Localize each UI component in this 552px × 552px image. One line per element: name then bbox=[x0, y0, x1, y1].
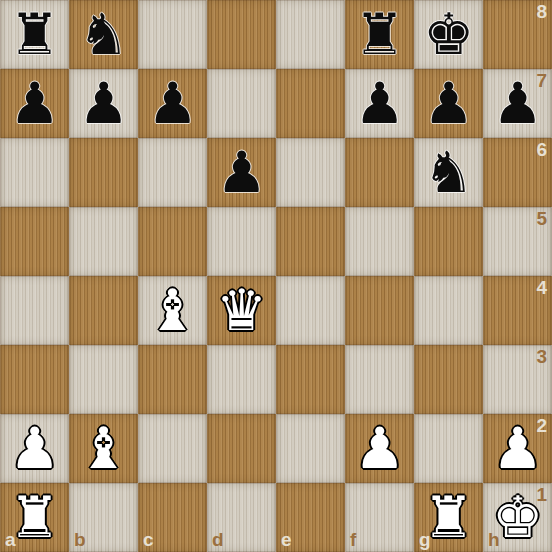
rank-label-3: 3 bbox=[536, 346, 547, 368]
square-b8[interactable]: ♞ bbox=[69, 0, 138, 69]
square-f1[interactable]: f bbox=[345, 483, 414, 552]
piece-white-pawn[interactable]: ♟ bbox=[354, 414, 405, 483]
square-a6[interactable] bbox=[0, 138, 69, 207]
piece-black-pawn[interactable]: ♟ bbox=[354, 69, 405, 138]
square-f6[interactable] bbox=[345, 138, 414, 207]
square-f4[interactable] bbox=[345, 276, 414, 345]
square-d8[interactable] bbox=[207, 0, 276, 69]
file-label-b: b bbox=[74, 529, 86, 551]
piece-black-pawn[interactable]: ♟ bbox=[216, 138, 267, 207]
square-e5[interactable] bbox=[276, 207, 345, 276]
square-g7[interactable]: ♟ bbox=[414, 69, 483, 138]
square-g2[interactable] bbox=[414, 414, 483, 483]
rank-label-8: 8 bbox=[536, 1, 547, 23]
piece-black-knight[interactable]: ♞ bbox=[78, 0, 129, 69]
square-c8[interactable] bbox=[138, 0, 207, 69]
square-a5[interactable] bbox=[0, 207, 69, 276]
square-g5[interactable] bbox=[414, 207, 483, 276]
square-b3[interactable] bbox=[69, 345, 138, 414]
file-label-g: g bbox=[419, 529, 431, 551]
square-a8[interactable]: ♜ bbox=[0, 0, 69, 69]
piece-black-knight[interactable]: ♞ bbox=[423, 138, 474, 207]
square-e8[interactable] bbox=[276, 0, 345, 69]
rank-label-7: 7 bbox=[536, 70, 547, 92]
square-d5[interactable] bbox=[207, 207, 276, 276]
square-h5[interactable]: 5 bbox=[483, 207, 552, 276]
piece-black-pawn[interactable]: ♟ bbox=[492, 69, 543, 138]
piece-white-pawn[interactable]: ♟ bbox=[9, 414, 60, 483]
square-b1[interactable]: b bbox=[69, 483, 138, 552]
piece-black-rook[interactable]: ♜ bbox=[9, 0, 60, 69]
square-h3[interactable]: 3 bbox=[483, 345, 552, 414]
square-h4[interactable]: 4 bbox=[483, 276, 552, 345]
square-h8[interactable]: 8 bbox=[483, 0, 552, 69]
square-h6[interactable]: 6 bbox=[483, 138, 552, 207]
square-g6[interactable]: ♞ bbox=[414, 138, 483, 207]
rank-label-4: 4 bbox=[536, 277, 547, 299]
square-c1[interactable]: c bbox=[138, 483, 207, 552]
file-label-d: d bbox=[212, 529, 224, 551]
square-b2[interactable]: ♝ bbox=[69, 414, 138, 483]
rank-label-2: 2 bbox=[536, 415, 547, 437]
square-a4[interactable] bbox=[0, 276, 69, 345]
square-a7[interactable]: ♟ bbox=[0, 69, 69, 138]
square-b5[interactable] bbox=[69, 207, 138, 276]
square-g4[interactable] bbox=[414, 276, 483, 345]
square-f2[interactable]: ♟ bbox=[345, 414, 414, 483]
square-g3[interactable] bbox=[414, 345, 483, 414]
square-e2[interactable] bbox=[276, 414, 345, 483]
square-e4[interactable] bbox=[276, 276, 345, 345]
piece-black-rook[interactable]: ♜ bbox=[354, 0, 405, 69]
square-d7[interactable] bbox=[207, 69, 276, 138]
square-c4[interactable]: ♝ bbox=[138, 276, 207, 345]
square-d6[interactable]: ♟ bbox=[207, 138, 276, 207]
square-b6[interactable] bbox=[69, 138, 138, 207]
piece-white-rook[interactable]: ♜ bbox=[9, 483, 60, 552]
square-f3[interactable] bbox=[345, 345, 414, 414]
piece-white-pawn[interactable]: ♟ bbox=[492, 414, 543, 483]
square-h1[interactable]: ♚1h bbox=[483, 483, 552, 552]
square-c2[interactable] bbox=[138, 414, 207, 483]
square-e6[interactable] bbox=[276, 138, 345, 207]
square-h2[interactable]: ♟2 bbox=[483, 414, 552, 483]
chess-board: ♜♞♜♚8♟♟♟♟♟♟7♟♞65♝♛43♟♝♟♟2♜abcdef♜g♚1h bbox=[0, 0, 552, 552]
file-label-a: a bbox=[5, 529, 16, 551]
square-c7[interactable]: ♟ bbox=[138, 69, 207, 138]
file-label-e: e bbox=[281, 529, 292, 551]
square-c6[interactable] bbox=[138, 138, 207, 207]
piece-white-bishop[interactable]: ♝ bbox=[78, 414, 129, 483]
square-c3[interactable] bbox=[138, 345, 207, 414]
square-d3[interactable] bbox=[207, 345, 276, 414]
piece-white-queen[interactable]: ♛ bbox=[216, 276, 267, 345]
piece-white-bishop[interactable]: ♝ bbox=[147, 276, 198, 345]
piece-black-pawn[interactable]: ♟ bbox=[78, 69, 129, 138]
rank-label-1: 1 bbox=[536, 484, 547, 506]
rank-label-5: 5 bbox=[536, 208, 547, 230]
file-label-h: h bbox=[488, 529, 500, 551]
square-g8[interactable]: ♚ bbox=[414, 0, 483, 69]
square-e1[interactable]: e bbox=[276, 483, 345, 552]
square-h7[interactable]: ♟7 bbox=[483, 69, 552, 138]
rank-label-6: 6 bbox=[536, 139, 547, 161]
square-f5[interactable] bbox=[345, 207, 414, 276]
square-c5[interactable] bbox=[138, 207, 207, 276]
square-g1[interactable]: ♜g bbox=[414, 483, 483, 552]
square-b7[interactable]: ♟ bbox=[69, 69, 138, 138]
piece-black-king[interactable]: ♚ bbox=[423, 0, 474, 69]
square-a3[interactable] bbox=[0, 345, 69, 414]
square-d1[interactable]: d bbox=[207, 483, 276, 552]
piece-black-pawn[interactable]: ♟ bbox=[147, 69, 198, 138]
square-e3[interactable] bbox=[276, 345, 345, 414]
file-label-c: c bbox=[143, 529, 154, 551]
piece-black-pawn[interactable]: ♟ bbox=[9, 69, 60, 138]
square-f8[interactable]: ♜ bbox=[345, 0, 414, 69]
square-a2[interactable]: ♟ bbox=[0, 414, 69, 483]
square-d2[interactable] bbox=[207, 414, 276, 483]
piece-black-pawn[interactable]: ♟ bbox=[423, 69, 474, 138]
square-b4[interactable] bbox=[69, 276, 138, 345]
square-a1[interactable]: ♜a bbox=[0, 483, 69, 552]
file-label-f: f bbox=[350, 529, 356, 551]
square-d4[interactable]: ♛ bbox=[207, 276, 276, 345]
square-e7[interactable] bbox=[276, 69, 345, 138]
square-f7[interactable]: ♟ bbox=[345, 69, 414, 138]
